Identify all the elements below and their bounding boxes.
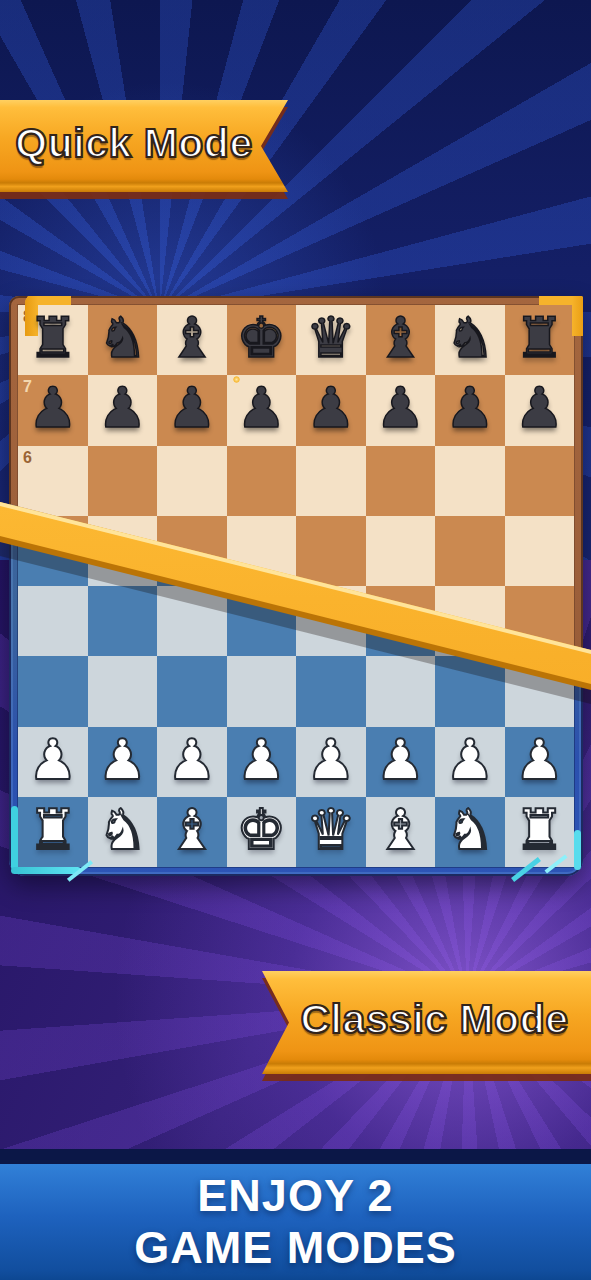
black-rook-h8[interactable]: ♜ bbox=[505, 303, 575, 373]
square-c3[interactable] bbox=[157, 656, 227, 726]
black-bishop-f8[interactable]: ♝ bbox=[366, 303, 436, 373]
tagline-line-1: ENJOY 2 bbox=[197, 1171, 393, 1221]
white-pawn-h2[interactable]: ♟ bbox=[505, 725, 575, 795]
classic-mode-label: Classic Mode bbox=[300, 996, 568, 1043]
white-pawn-a2[interactable]: ♟ bbox=[18, 725, 88, 795]
classic-mode-banner[interactable]: Classic Mode bbox=[262, 971, 591, 1074]
square-c6[interactable] bbox=[157, 446, 227, 516]
square-e3[interactable] bbox=[296, 656, 366, 726]
black-pawn-b7[interactable]: ♟ bbox=[88, 373, 158, 443]
square-g5[interactable] bbox=[435, 516, 505, 586]
black-pawn-d7[interactable]: ♟ bbox=[227, 373, 297, 443]
square-g3[interactable] bbox=[435, 656, 505, 726]
teal-corner-accent-icon bbox=[11, 806, 18, 870]
black-pawn-h7[interactable]: ♟ bbox=[505, 373, 575, 443]
quick-mode-banner[interactable]: Quick Mode bbox=[0, 100, 288, 192]
white-pawn-f2[interactable]: ♟ bbox=[366, 725, 436, 795]
teal-corner-accent-icon bbox=[11, 867, 81, 874]
square-h3[interactable] bbox=[505, 656, 575, 726]
square-b3[interactable] bbox=[88, 656, 158, 726]
square-a6[interactable]: 6 bbox=[18, 446, 88, 516]
black-rook-a8[interactable]: ♜ bbox=[18, 303, 88, 373]
square-g6[interactable] bbox=[435, 446, 505, 516]
white-pawn-b2[interactable]: ♟ bbox=[88, 725, 158, 795]
square-e4[interactable] bbox=[296, 586, 366, 656]
black-pawn-f7[interactable]: ♟ bbox=[366, 373, 436, 443]
black-bishop-c8[interactable]: ♝ bbox=[157, 303, 227, 373]
white-bishop-c1[interactable]: ♝ bbox=[157, 795, 227, 865]
white-pawn-c2[interactable]: ♟ bbox=[157, 725, 227, 795]
footer-divider-strip bbox=[0, 1149, 591, 1164]
square-h5[interactable] bbox=[505, 516, 575, 586]
black-knight-g8[interactable]: ♞ bbox=[435, 303, 505, 373]
white-pawn-d2[interactable]: ♟ bbox=[227, 725, 297, 795]
white-rook-h1[interactable]: ♜ bbox=[505, 795, 575, 865]
black-pawn-e7[interactable]: ♟ bbox=[296, 373, 366, 443]
white-rook-a1[interactable]: ♜ bbox=[18, 795, 88, 865]
chess-board[interactable]: 876 ♜♞♝♚♛♝♞♜♟♟♟♟♟♟♟♟♟♟♟♟♟♟♟♟♜♞♝♚♛♝♞♜ bbox=[9, 296, 583, 876]
white-king-d1[interactable]: ♚ bbox=[227, 795, 297, 865]
white-bishop-f1[interactable]: ♝ bbox=[366, 795, 436, 865]
square-b6[interactable] bbox=[88, 446, 158, 516]
square-h6[interactable] bbox=[505, 446, 575, 516]
footer-tagline-bar: ENJOY 2 GAME MODES bbox=[0, 1164, 591, 1280]
quick-mode-label: Quick Mode bbox=[15, 120, 252, 167]
square-a5[interactable] bbox=[18, 516, 88, 586]
white-knight-b1[interactable]: ♞ bbox=[88, 795, 158, 865]
black-pawn-a7[interactable]: ♟ bbox=[18, 373, 88, 443]
square-a4[interactable] bbox=[18, 586, 88, 656]
black-knight-b8[interactable]: ♞ bbox=[88, 303, 158, 373]
rank-label-6: 6 bbox=[23, 449, 32, 467]
square-b4[interactable] bbox=[88, 586, 158, 656]
tagline-line-2: GAME MODES bbox=[134, 1223, 457, 1273]
square-f3[interactable] bbox=[366, 656, 436, 726]
black-queen-e8[interactable]: ♛ bbox=[296, 303, 366, 373]
white-knight-g1[interactable]: ♞ bbox=[435, 795, 505, 865]
square-e5[interactable] bbox=[296, 516, 366, 586]
square-f6[interactable] bbox=[366, 446, 436, 516]
square-c4[interactable] bbox=[157, 586, 227, 656]
white-pawn-g2[interactable]: ♟ bbox=[435, 725, 505, 795]
black-pawn-g7[interactable]: ♟ bbox=[435, 373, 505, 443]
square-e6[interactable] bbox=[296, 446, 366, 516]
square-d4[interactable] bbox=[227, 586, 297, 656]
square-a3[interactable] bbox=[18, 656, 88, 726]
promo-screen: Quick Mode 876 ♜♞♝♚♛♝♞♜♟♟♟♟♟♟♟♟♟♟♟♟♟♟♟♟♜… bbox=[0, 0, 591, 1280]
white-queen-e1[interactable]: ♛ bbox=[296, 795, 366, 865]
teal-corner-accent-icon bbox=[574, 830, 581, 870]
square-d3[interactable] bbox=[227, 656, 297, 726]
black-king-d8[interactable]: ♚ bbox=[227, 303, 297, 373]
white-pawn-e2[interactable]: ♟ bbox=[296, 725, 366, 795]
square-f5[interactable] bbox=[366, 516, 436, 586]
square-d6[interactable] bbox=[227, 446, 297, 516]
black-pawn-c7[interactable]: ♟ bbox=[157, 373, 227, 443]
